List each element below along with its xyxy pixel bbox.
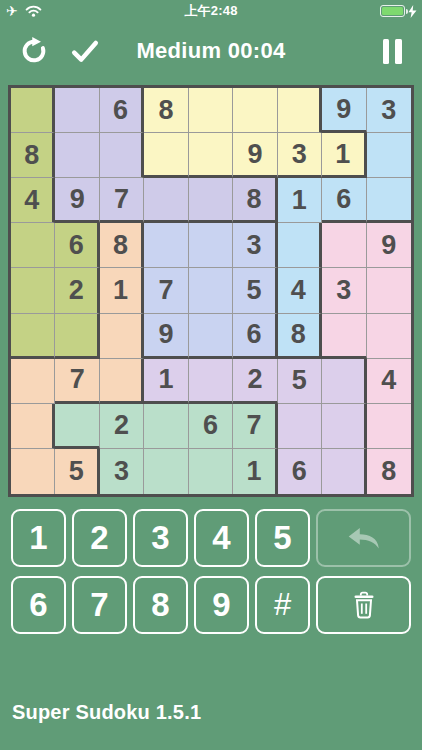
key-1[interactable]: 1 (11, 509, 66, 567)
app-version-label: Super Sudoku 1.5.1 (12, 701, 201, 724)
cell-r5c3[interactable]: 1 (100, 268, 144, 313)
restart-button[interactable] (16, 22, 52, 80)
cell-r3c3[interactable]: 7 (100, 178, 144, 223)
cell-r9c3[interactable]: 3 (100, 449, 144, 494)
cell-r3c4[interactable] (144, 178, 188, 223)
cell-r1c1[interactable] (11, 88, 55, 133)
trash-icon (352, 591, 376, 619)
keypad-row-2: 6 7 8 9 # (11, 576, 411, 634)
cell-r2c2[interactable] (55, 133, 99, 178)
cell-r5c5[interactable] (189, 268, 233, 313)
status-time: 上午2:48 (0, 2, 422, 20)
cell-r3c1[interactable]: 4 (11, 178, 55, 223)
cell-r1c7[interactable] (278, 88, 322, 133)
cell-r7c5[interactable] (189, 359, 233, 404)
cell-r9c7[interactable]: 6 (278, 449, 322, 494)
cell-r4c2[interactable]: 6 (55, 223, 99, 268)
cell-r2c8[interactable]: 1 (322, 133, 366, 178)
cell-r9c9[interactable]: 8 (367, 449, 411, 494)
cell-r5c1[interactable] (11, 268, 55, 313)
cell-r1c3[interactable]: 6 (100, 88, 144, 133)
notes-toggle-button[interactable]: # (255, 576, 310, 634)
cell-r2c3[interactable] (100, 133, 144, 178)
cell-r5c6[interactable]: 5 (233, 268, 277, 313)
status-bar: ✈ 上午2:48 (0, 0, 422, 22)
cell-r7c3[interactable] (100, 359, 144, 404)
keypad-row-1: 1 2 3 4 5 (11, 509, 411, 567)
cell-r6c6[interactable]: 6 (233, 314, 277, 359)
cell-r3c8[interactable]: 6 (322, 178, 366, 223)
cell-r7c2[interactable]: 7 (55, 359, 99, 404)
cell-r2c9[interactable] (367, 133, 411, 178)
cell-r2c1[interactable]: 8 (11, 133, 55, 178)
cell-r7c1[interactable] (11, 359, 55, 404)
checkmark-icon (71, 38, 99, 64)
key-2[interactable]: 2 (72, 509, 127, 567)
cell-r6c2[interactable] (55, 314, 99, 359)
cell-r1c8[interactable]: 9 (322, 88, 366, 133)
cell-r9c5[interactable] (189, 449, 233, 494)
header: Medium 00:04 (0, 22, 422, 80)
cell-r2c5[interactable] (189, 133, 233, 178)
battery-icon (380, 5, 405, 17)
cell-r8c9[interactable] (367, 404, 411, 449)
cell-r8c7[interactable] (278, 404, 322, 449)
page-title: Medium 00:04 (0, 22, 422, 80)
key-3[interactable]: 3 (133, 509, 188, 567)
cell-r5c4[interactable]: 7 (144, 268, 188, 313)
cell-r8c4[interactable] (144, 404, 188, 449)
cell-r5c8[interactable]: 3 (322, 268, 366, 313)
cell-r7c7[interactable]: 5 (278, 359, 322, 404)
cell-r8c6[interactable]: 7 (233, 404, 277, 449)
cell-r4c3[interactable]: 8 (100, 223, 144, 268)
cell-r1c2[interactable] (55, 88, 99, 133)
cell-r6c8[interactable] (322, 314, 366, 359)
cell-r6c5[interactable] (189, 314, 233, 359)
cell-r3c5[interactable] (189, 178, 233, 223)
cell-r2c4[interactable] (144, 133, 188, 178)
cell-r2c6[interactable]: 9 (233, 133, 277, 178)
cell-r9c2[interactable]: 5 (55, 449, 99, 494)
undo-icon (345, 525, 383, 551)
cell-r7c8[interactable] (322, 359, 366, 404)
cell-r6c1[interactable] (11, 314, 55, 359)
cell-r6c7[interactable]: 8 (278, 314, 322, 359)
cell-r1c4[interactable]: 8 (144, 88, 188, 133)
pause-button[interactable] (374, 22, 410, 80)
cell-r5c7[interactable]: 4 (278, 268, 322, 313)
cell-r8c2[interactable] (55, 404, 99, 449)
cell-r3c2[interactable]: 9 (55, 178, 99, 223)
cell-r5c2[interactable]: 2 (55, 268, 99, 313)
cell-r7c9[interactable]: 4 (367, 359, 411, 404)
cell-r3c9[interactable] (367, 178, 411, 223)
cell-r4c5[interactable] (189, 223, 233, 268)
undo-button[interactable] (316, 509, 411, 567)
refresh-icon (20, 37, 48, 65)
cell-r6c3[interactable] (100, 314, 144, 359)
check-button[interactable] (66, 22, 104, 80)
cell-r4c8[interactable] (322, 223, 366, 268)
cell-r6c9[interactable] (367, 314, 411, 359)
cell-r9c6[interactable]: 1 (233, 449, 277, 494)
cell-r3c6[interactable]: 8 (233, 178, 277, 223)
key-9[interactable]: 9 (194, 576, 249, 634)
cell-r6c4[interactable]: 9 (144, 314, 188, 359)
cell-r9c1[interactable] (11, 449, 55, 494)
cell-r8c8[interactable] (322, 404, 366, 449)
cell-r4c4[interactable] (144, 223, 188, 268)
key-4[interactable]: 4 (194, 509, 249, 567)
key-6[interactable]: 6 (11, 576, 66, 634)
delete-button[interactable] (316, 576, 411, 634)
sudoku-board: 6893893149781668392175439687125426753168 (8, 85, 414, 497)
cell-r1c6[interactable] (233, 88, 277, 133)
key-7[interactable]: 7 (72, 576, 127, 634)
cell-r1c9[interactable]: 3 (367, 88, 411, 133)
cell-r2c7[interactable]: 3 (278, 133, 322, 178)
cell-r8c5[interactable]: 6 (189, 404, 233, 449)
cell-r8c3[interactable]: 2 (100, 404, 144, 449)
cell-r1c5[interactable] (189, 88, 233, 133)
cell-r4c9[interactable]: 9 (367, 223, 411, 268)
cell-r4c1[interactable] (11, 223, 55, 268)
key-8[interactable]: 8 (133, 576, 188, 634)
cell-r4c7[interactable] (278, 223, 322, 268)
cell-r7c4[interactable]: 1 (144, 359, 188, 404)
pause-icon (383, 39, 390, 64)
charging-bolt-icon (408, 5, 417, 18)
cell-r4c6[interactable]: 3 (233, 223, 277, 268)
cell-r8c1[interactable] (11, 404, 55, 449)
cell-r7c6[interactable]: 2 (233, 359, 277, 404)
cell-r9c4[interactable] (144, 449, 188, 494)
cell-r9c8[interactable] (322, 449, 366, 494)
cell-r5c9[interactable] (367, 268, 411, 313)
cell-r3c7[interactable]: 1 (278, 178, 322, 223)
key-5[interactable]: 5 (255, 509, 310, 567)
